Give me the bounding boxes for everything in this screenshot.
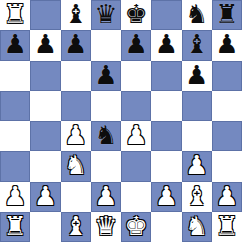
square-e3[interactable] (121, 151, 151, 181)
white-king-icon[interactable]: ♚ (124, 213, 147, 239)
square-b3[interactable] (30, 151, 60, 181)
square-c4[interactable]: ♟ (61, 121, 91, 151)
square-f1[interactable] (151, 212, 181, 242)
square-h6[interactable] (212, 61, 242, 91)
black-pawn-icon[interactable]: ♟ (215, 31, 238, 57)
square-g5[interactable] (182, 91, 212, 121)
square-g2[interactable]: ♝ (182, 182, 212, 212)
black-knight-icon[interactable]: ♞ (185, 1, 208, 27)
square-a6[interactable] (0, 61, 30, 91)
chess-board: ♜♝♛♚♞♜♟♟♟♟♟♝♟♟♟♟♞♟♞♟♟♟♟♟♝♟♜♝♛♚♞♜ (0, 0, 242, 242)
square-d5[interactable] (91, 91, 121, 121)
black-pawn-icon[interactable]: ♟ (185, 62, 208, 88)
white-bishop-icon[interactable]: ♝ (64, 213, 87, 239)
white-pawn-icon[interactable]: ♟ (64, 122, 87, 148)
square-e7[interactable]: ♟ (121, 30, 151, 60)
square-c1[interactable]: ♝ (61, 212, 91, 242)
square-g1[interactable]: ♞ (182, 212, 212, 242)
square-c8[interactable]: ♝ (61, 0, 91, 30)
black-knight-icon[interactable]: ♞ (94, 122, 117, 148)
square-f8[interactable] (151, 0, 181, 30)
square-e1[interactable]: ♚ (121, 212, 151, 242)
white-pawn-icon[interactable]: ♟ (155, 183, 178, 209)
black-rook-icon[interactable]: ♜ (215, 1, 238, 27)
chess-board-container: ♜♝♛♚♞♜♟♟♟♟♟♝♟♟♟♟♞♟♞♟♟♟♟♟♝♟♜♝♛♚♞♜ (0, 0, 242, 242)
square-h4[interactable] (212, 121, 242, 151)
square-d8[interactable]: ♛ (91, 0, 121, 30)
square-f4[interactable] (151, 121, 181, 151)
square-b6[interactable] (30, 61, 60, 91)
white-rook-icon[interactable]: ♜ (3, 1, 26, 27)
square-b5[interactable] (30, 91, 60, 121)
square-a4[interactable] (0, 121, 30, 151)
square-h7[interactable]: ♟ (212, 30, 242, 60)
white-knight-icon[interactable]: ♞ (64, 152, 87, 178)
white-bishop-icon[interactable]: ♝ (185, 183, 208, 209)
square-a5[interactable] (0, 91, 30, 121)
square-e4[interactable]: ♟ (121, 121, 151, 151)
square-e2[interactable] (121, 182, 151, 212)
square-b7[interactable]: ♟ (30, 30, 60, 60)
square-f6[interactable] (151, 61, 181, 91)
black-pawn-icon[interactable]: ♟ (64, 31, 87, 57)
square-b1[interactable] (30, 212, 60, 242)
square-a3[interactable] (0, 151, 30, 181)
square-g4[interactable] (182, 121, 212, 151)
square-g8[interactable]: ♞ (182, 0, 212, 30)
white-pawn-icon[interactable]: ♟ (94, 183, 117, 209)
white-knight-icon[interactable]: ♞ (185, 213, 208, 239)
square-e8[interactable]: ♚ (121, 0, 151, 30)
square-c3[interactable]: ♞ (61, 151, 91, 181)
square-e6[interactable] (121, 61, 151, 91)
black-king-icon[interactable]: ♚ (124, 1, 147, 27)
square-c2[interactable] (61, 182, 91, 212)
square-c5[interactable] (61, 91, 91, 121)
square-a1[interactable]: ♜ (0, 212, 30, 242)
square-d6[interactable]: ♟ (91, 61, 121, 91)
white-pawn-icon[interactable]: ♟ (34, 183, 57, 209)
white-queen-icon[interactable]: ♛ (94, 213, 117, 239)
square-f3[interactable] (151, 151, 181, 181)
square-b4[interactable] (30, 121, 60, 151)
square-c7[interactable]: ♟ (61, 30, 91, 60)
square-d7[interactable] (91, 30, 121, 60)
square-b2[interactable]: ♟ (30, 182, 60, 212)
square-g6[interactable]: ♟ (182, 61, 212, 91)
square-d2[interactable]: ♟ (91, 182, 121, 212)
square-h3[interactable] (212, 151, 242, 181)
square-f5[interactable] (151, 91, 181, 121)
black-pawn-icon[interactable]: ♟ (34, 31, 57, 57)
black-pawn-icon[interactable]: ♟ (124, 31, 147, 57)
square-h1[interactable]: ♜ (212, 212, 242, 242)
black-pawn-icon[interactable]: ♟ (155, 31, 178, 57)
square-a2[interactable]: ♟ (0, 182, 30, 212)
white-pawn-icon[interactable]: ♟ (3, 183, 26, 209)
square-d3[interactable] (91, 151, 121, 181)
square-a7[interactable]: ♟ (0, 30, 30, 60)
square-g7[interactable]: ♝ (182, 30, 212, 60)
black-bishop-icon[interactable]: ♝ (185, 31, 208, 57)
square-h2[interactable]: ♟ (212, 182, 242, 212)
white-pawn-icon[interactable]: ♟ (215, 183, 238, 209)
white-rook-icon[interactable]: ♜ (215, 213, 238, 239)
square-f2[interactable]: ♟ (151, 182, 181, 212)
square-b8[interactable] (30, 0, 60, 30)
white-pawn-icon[interactable]: ♟ (185, 152, 208, 178)
square-c6[interactable] (61, 61, 91, 91)
square-e5[interactable] (121, 91, 151, 121)
square-h8[interactable]: ♜ (212, 0, 242, 30)
white-pawn-icon[interactable]: ♟ (124, 122, 147, 148)
square-a8[interactable]: ♜ (0, 0, 30, 30)
square-d1[interactable]: ♛ (91, 212, 121, 242)
square-d4[interactable]: ♞ (91, 121, 121, 151)
black-pawn-icon[interactable]: ♟ (94, 62, 117, 88)
black-pawn-icon[interactable]: ♟ (3, 31, 26, 57)
black-queen-icon[interactable]: ♛ (94, 1, 117, 27)
white-rook-icon[interactable]: ♜ (3, 213, 26, 239)
black-bishop-icon[interactable]: ♝ (64, 1, 87, 27)
square-f7[interactable]: ♟ (151, 30, 181, 60)
square-g3[interactable]: ♟ (182, 151, 212, 181)
square-h5[interactable] (212, 91, 242, 121)
